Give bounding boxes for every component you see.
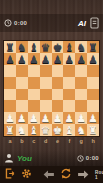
square-c1[interactable]: ♝	[28, 124, 40, 136]
piece-white-pawn[interactable]: ♟	[63, 112, 75, 124]
piece-white-pawn[interactable]: ♟	[75, 112, 87, 124]
opponent-bar: 0:00 AI	[0, 14, 103, 32]
file-labels: abcdefgh	[4, 138, 99, 144]
square-h4[interactable]	[87, 89, 99, 101]
square-b2[interactable]: ♟	[16, 112, 28, 124]
player-avatar-icon	[4, 153, 14, 163]
square-a6[interactable]	[4, 65, 16, 77]
square-g7[interactable]: ♟	[75, 53, 87, 65]
square-a4[interactable]	[4, 89, 16, 101]
player-name: You	[17, 154, 32, 163]
square-f3[interactable]	[63, 100, 75, 112]
file-label-g: g	[75, 138, 87, 144]
square-c4[interactable]	[28, 89, 40, 101]
piece-white-pawn[interactable]: ♟	[4, 112, 16, 124]
opponent-name: AI	[78, 19, 86, 28]
square-g4[interactable]	[75, 89, 87, 101]
square-d7[interactable]: ♟	[40, 53, 52, 65]
piece-black-pawn[interactable]: ♟	[28, 53, 40, 65]
square-a7[interactable]: ♟	[4, 53, 16, 65]
redo-move-button[interactable]	[78, 167, 89, 182]
square-h1[interactable]: ♜	[87, 124, 99, 136]
square-h7[interactable]: ♟	[87, 53, 99, 65]
square-d4[interactable]	[40, 89, 52, 101]
piece-black-pawn[interactable]: ♟	[4, 53, 16, 65]
round-label: Round 1	[95, 170, 103, 180]
piece-black-pawn[interactable]: ♟	[52, 53, 64, 65]
piece-white-pawn[interactable]: ♟	[40, 112, 52, 124]
square-f7[interactable]: ♟	[63, 53, 75, 65]
square-d1[interactable]: ♛	[40, 124, 52, 136]
player-clock-icon	[77, 155, 84, 162]
square-a8[interactable]: ♜	[4, 41, 16, 53]
square-e4[interactable]	[52, 89, 64, 101]
square-g8[interactable]: ♞	[75, 41, 87, 53]
square-c3[interactable]	[28, 100, 40, 112]
undo-move-button[interactable]	[43, 167, 54, 182]
file-label-a: a	[4, 138, 16, 144]
file-label-b: b	[16, 138, 28, 144]
chess-app: 0:00 AI ♜♞♝♛♚♝♞♜♟♟♟♟♟♟♟♟♟♟♟♟♟♟♟♟♜♞♝♛♚♝♞♜…	[0, 0, 103, 183]
piece-white-rook[interactable]: ♜	[87, 124, 99, 136]
piece-white-knight[interactable]: ♞	[16, 124, 28, 136]
square-g3[interactable]	[75, 100, 87, 112]
square-a2[interactable]: ♟	[4, 112, 16, 124]
square-f1[interactable]: ♝	[63, 124, 75, 136]
piece-black-bishop[interactable]: ♝	[63, 41, 75, 53]
ai-device-icon	[90, 17, 99, 29]
piece-black-rook[interactable]: ♜	[87, 41, 99, 53]
square-d5[interactable]	[40, 77, 52, 89]
square-a1[interactable]: ♜	[4, 124, 16, 136]
square-f8[interactable]: ♝	[63, 41, 75, 53]
piece-white-pawn[interactable]: ♟	[87, 112, 99, 124]
piece-black-knight[interactable]: ♞	[75, 41, 87, 53]
piece-black-pawn[interactable]: ♟	[16, 53, 28, 65]
player-timer: 0:00	[86, 155, 99, 161]
piece-white-pawn[interactable]: ♟	[28, 112, 40, 124]
square-a3[interactable]	[4, 100, 16, 112]
piece-black-king[interactable]: ♚	[52, 41, 64, 53]
square-f4[interactable]	[63, 89, 75, 101]
square-c5[interactable]	[28, 77, 40, 89]
toolbar: Round 1	[0, 166, 103, 183]
square-a5[interactable]	[4, 77, 16, 89]
file-label-c: c	[28, 138, 40, 144]
piece-black-pawn[interactable]: ♟	[40, 53, 52, 65]
square-h5[interactable]	[87, 77, 99, 89]
exit-door-icon	[5, 167, 15, 182]
left-arrow-icon	[43, 167, 54, 182]
restart-button[interactable]	[60, 167, 72, 182]
square-f6[interactable]	[63, 65, 75, 77]
piece-black-pawn[interactable]: ♟	[63, 53, 75, 65]
piece-white-king[interactable]: ♚	[52, 124, 64, 136]
square-b5[interactable]	[16, 77, 28, 89]
square-d3[interactable]	[40, 100, 52, 112]
piece-white-bishop[interactable]: ♝	[28, 124, 40, 136]
square-b6[interactable]	[16, 65, 28, 77]
square-c8[interactable]: ♝	[28, 41, 40, 53]
square-c7[interactable]: ♟	[28, 53, 40, 65]
piece-black-bishop[interactable]: ♝	[28, 41, 40, 53]
square-g2[interactable]: ♟	[75, 112, 87, 124]
square-b8[interactable]: ♞	[16, 41, 28, 53]
piece-black-queen[interactable]: ♛	[40, 41, 52, 53]
square-e3[interactable]	[52, 100, 64, 112]
square-e5[interactable]	[52, 77, 64, 89]
right-arrow-icon	[78, 167, 89, 182]
square-d6[interactable]	[40, 65, 52, 77]
square-d2[interactable]: ♟	[40, 112, 52, 124]
square-g6[interactable]	[75, 65, 87, 77]
square-f2[interactable]: ♟	[63, 112, 75, 124]
square-c2[interactable]: ♟	[28, 112, 40, 124]
square-g5[interactable]	[75, 77, 87, 89]
square-b4[interactable]	[16, 89, 28, 101]
square-g1[interactable]: ♞	[75, 124, 87, 136]
square-b7[interactable]: ♟	[16, 53, 28, 65]
gear-icon	[21, 167, 32, 182]
square-e7[interactable]: ♟	[52, 53, 64, 65]
square-h2[interactable]: ♟	[87, 112, 99, 124]
square-e8[interactable]: ♚	[52, 41, 64, 53]
opponent-clock-icon	[4, 19, 12, 27]
square-e1[interactable]: ♚	[52, 124, 64, 136]
square-h8[interactable]: ♜	[87, 41, 99, 53]
piece-white-pawn[interactable]: ♟	[16, 112, 28, 124]
settings-button[interactable]	[21, 167, 32, 182]
piece-white-queen[interactable]: ♛	[40, 124, 52, 136]
file-label-f: f	[63, 138, 75, 144]
piece-white-bishop[interactable]: ♝	[63, 124, 75, 136]
exit-button[interactable]	[5, 167, 15, 182]
square-h6[interactable]	[87, 65, 99, 77]
chess-board[interactable]: ♜♞♝♛♚♝♞♜♟♟♟♟♟♟♟♟♟♟♟♟♟♟♟♟♜♞♝♛♚♝♞♜	[3, 40, 100, 137]
opponent-timer: 0:00	[14, 20, 27, 26]
square-d8[interactable]: ♛	[40, 41, 52, 53]
file-label-d: d	[40, 138, 52, 144]
square-b1[interactable]: ♞	[16, 124, 28, 136]
piece-white-rook[interactable]: ♜	[4, 124, 16, 136]
piece-white-pawn[interactable]: ♟	[52, 112, 64, 124]
piece-black-rook[interactable]: ♜	[4, 41, 16, 53]
square-h3[interactable]	[87, 100, 99, 112]
file-label-e: e	[52, 138, 64, 144]
square-c6[interactable]	[28, 65, 40, 77]
square-e6[interactable]	[52, 65, 64, 77]
square-f5[interactable]	[63, 77, 75, 89]
file-label-h: h	[87, 138, 99, 144]
piece-black-pawn[interactable]: ♟	[75, 53, 87, 65]
piece-black-knight[interactable]: ♞	[16, 41, 28, 53]
square-b3[interactable]	[16, 100, 28, 112]
square-e2[interactable]: ♟	[52, 112, 64, 124]
piece-white-knight[interactable]: ♞	[75, 124, 87, 136]
piece-black-pawn[interactable]: ♟	[87, 53, 99, 65]
player-bar: You 0:00	[0, 150, 103, 166]
refresh-icon	[60, 167, 72, 182]
